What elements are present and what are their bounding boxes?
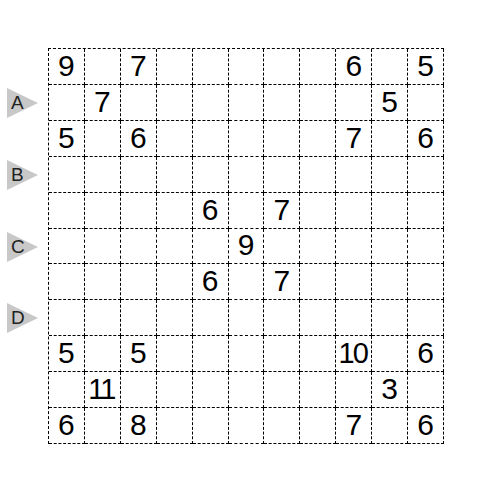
clue-number: 6 <box>345 51 362 82</box>
clue-number: 7 <box>274 266 291 297</box>
cell-r5c9[interactable] <box>336 193 372 229</box>
cell-r6c9[interactable] <box>336 229 372 265</box>
cell-r3c1[interactable]: 5 <box>49 121 85 157</box>
cell-r3c7[interactable] <box>264 121 300 157</box>
answer-row-arrow-D: D <box>7 303 38 333</box>
cell-r9c10[interactable] <box>372 336 408 372</box>
clue-number: 5 <box>58 338 75 369</box>
cell-r11c8[interactable] <box>300 408 336 444</box>
cell-r1c5[interactable] <box>193 49 229 85</box>
clue-number: 9 <box>58 51 75 82</box>
cell-r7c8[interactable] <box>300 264 336 300</box>
cell-r8c9[interactable] <box>336 300 372 336</box>
cell-r6c7[interactable] <box>264 229 300 265</box>
cell-r1c1[interactable]: 9 <box>49 49 85 85</box>
cell-r7c10[interactable] <box>372 264 408 300</box>
clue-number: 9 <box>238 230 255 261</box>
cell-r11c11[interactable]: 6 <box>408 408 444 444</box>
clue-number: 5 <box>381 87 398 118</box>
cell-r9c11[interactable]: 6 <box>408 336 444 372</box>
cell-r2c6[interactable] <box>229 85 265 121</box>
cell-r8c11[interactable] <box>408 300 444 336</box>
clue-number: 7 <box>94 87 111 118</box>
cell-r1c10[interactable] <box>372 49 408 85</box>
cell-r5c5[interactable]: 6 <box>193 193 229 229</box>
cell-r3c2[interactable] <box>85 121 121 157</box>
cell-r11c10[interactable] <box>372 408 408 444</box>
cell-r2c3[interactable] <box>121 85 157 121</box>
cell-r4c6[interactable] <box>229 157 265 193</box>
cell-r2c8[interactable] <box>300 85 336 121</box>
cell-r10c6[interactable] <box>229 372 265 408</box>
clue-number: 10 <box>339 339 367 369</box>
cell-r9c5[interactable] <box>193 336 229 372</box>
cell-r10c5[interactable] <box>193 372 229 408</box>
cell-r1c8[interactable] <box>300 49 336 85</box>
cell-r7c1[interactable] <box>49 264 85 300</box>
cell-r10c9[interactable] <box>336 372 372 408</box>
cell-r11c9[interactable]: 7 <box>336 408 372 444</box>
clue-number: 7 <box>274 195 291 226</box>
cell-r11c2[interactable] <box>85 408 121 444</box>
cell-r11c5[interactable] <box>193 408 229 444</box>
clue-number: 7 <box>345 410 362 441</box>
cell-r1c6[interactable] <box>229 49 265 85</box>
cell-r7c9[interactable] <box>336 264 372 300</box>
arrow-label: A <box>11 93 24 112</box>
clue-number: 7 <box>130 51 147 82</box>
cell-r9c9[interactable]: 10 <box>336 336 372 372</box>
cell-r11c3[interactable]: 8 <box>121 408 157 444</box>
cell-r11c6[interactable] <box>229 408 265 444</box>
cell-r8c3[interactable] <box>121 300 157 336</box>
clue-number: 5 <box>417 51 434 82</box>
clue-number: 5 <box>130 338 147 369</box>
cell-r3c8[interactable] <box>300 121 336 157</box>
clue-number: 5 <box>58 123 75 154</box>
cell-r10c1[interactable] <box>49 372 85 408</box>
cell-r3c6[interactable] <box>229 121 265 157</box>
cell-r9c3[interactable]: 5 <box>121 336 157 372</box>
cell-r4c4[interactable] <box>157 157 193 193</box>
cell-r5c7[interactable]: 7 <box>264 193 300 229</box>
answer-row-arrow-C: C <box>7 232 38 262</box>
cell-r4c8[interactable] <box>300 157 336 193</box>
cell-r8c6[interactable] <box>229 300 265 336</box>
arrow-label: B <box>11 165 24 184</box>
cell-r5c4[interactable] <box>157 193 193 229</box>
cell-r9c1[interactable]: 5 <box>49 336 85 372</box>
cell-r3c5[interactable] <box>193 121 229 157</box>
answer-row-arrow-B: B <box>7 160 38 190</box>
cell-r8c1[interactable] <box>49 300 85 336</box>
cell-r6c5[interactable] <box>193 229 229 265</box>
cell-r11c4[interactable] <box>157 408 193 444</box>
cell-r2c7[interactable] <box>264 85 300 121</box>
cell-r6c8[interactable] <box>300 229 336 265</box>
clue-number: 6 <box>58 410 75 441</box>
cell-r8c10[interactable] <box>372 300 408 336</box>
cell-r10c4[interactable] <box>157 372 193 408</box>
cell-r1c11[interactable]: 5 <box>408 49 444 85</box>
puzzle-grid: 976575567667967551061136876 <box>48 48 444 444</box>
cell-r1c9[interactable]: 6 <box>336 49 372 85</box>
cell-r8c5[interactable] <box>193 300 229 336</box>
cell-r10c10[interactable]: 3 <box>372 372 408 408</box>
cell-r9c2[interactable] <box>85 336 121 372</box>
cell-r10c2[interactable]: 11 <box>85 372 121 408</box>
cell-r2c10[interactable]: 5 <box>372 85 408 121</box>
clue-number: 6 <box>202 195 219 226</box>
cell-r6c10[interactable] <box>372 229 408 265</box>
cell-r9c7[interactable] <box>264 336 300 372</box>
cell-r7c3[interactable] <box>121 264 157 300</box>
cell-r3c3[interactable]: 6 <box>121 121 157 157</box>
arrow-label: D <box>11 308 25 327</box>
clue-number: 11 <box>88 375 114 405</box>
cell-r4c2[interactable] <box>85 157 121 193</box>
cell-r2c4[interactable] <box>157 85 193 121</box>
cell-r4c10[interactable] <box>372 157 408 193</box>
cell-r4c11[interactable] <box>408 157 444 193</box>
cell-r7c4[interactable] <box>157 264 193 300</box>
cell-r1c3[interactable]: 7 <box>121 49 157 85</box>
cell-r4c1[interactable] <box>49 157 85 193</box>
cell-r8c2[interactable] <box>85 300 121 336</box>
cell-r5c11[interactable] <box>408 193 444 229</box>
cell-r5c8[interactable] <box>300 193 336 229</box>
cell-r3c10[interactable] <box>372 121 408 157</box>
clue-number: 7 <box>345 123 362 154</box>
cell-r7c7[interactable]: 7 <box>264 264 300 300</box>
cell-r3c4[interactable] <box>157 121 193 157</box>
clue-number: 6 <box>417 410 434 441</box>
cell-r1c2[interactable] <box>85 49 121 85</box>
puzzle-page: 976575567667967551061136876 ABCD <box>0 0 494 491</box>
cell-r6c1[interactable] <box>49 229 85 265</box>
cell-r9c6[interactable] <box>229 336 265 372</box>
cell-r1c7[interactable] <box>264 49 300 85</box>
cell-r4c5[interactable] <box>193 157 229 193</box>
cell-r5c2[interactable] <box>85 193 121 229</box>
cell-r7c2[interactable] <box>85 264 121 300</box>
cell-r8c8[interactable] <box>300 300 336 336</box>
cell-r10c3[interactable] <box>121 372 157 408</box>
cell-r11c7[interactable] <box>264 408 300 444</box>
cell-r10c8[interactable] <box>300 372 336 408</box>
cell-r5c1[interactable] <box>49 193 85 229</box>
cell-r10c7[interactable] <box>264 372 300 408</box>
cell-r8c7[interactable] <box>264 300 300 336</box>
answer-row-arrow-A: A <box>7 88 38 118</box>
clue-number: 8 <box>130 410 147 441</box>
cell-r4c9[interactable] <box>336 157 372 193</box>
cell-r5c10[interactable] <box>372 193 408 229</box>
cell-r2c2[interactable]: 7 <box>85 85 121 121</box>
cell-r11c1[interactable]: 6 <box>49 408 85 444</box>
cell-r4c7[interactable] <box>264 157 300 193</box>
cell-r2c5[interactable] <box>193 85 229 121</box>
cell-r6c11[interactable] <box>408 229 444 265</box>
cell-r4c3[interactable] <box>121 157 157 193</box>
cell-r9c4[interactable] <box>157 336 193 372</box>
cell-r3c11[interactable]: 6 <box>408 121 444 157</box>
cell-r3c9[interactable]: 7 <box>336 121 372 157</box>
cell-r10c11[interactable] <box>408 372 444 408</box>
cell-r2c9[interactable] <box>336 85 372 121</box>
cell-r8c4[interactable] <box>157 300 193 336</box>
clue-number: 6 <box>417 338 434 369</box>
clue-number: 6 <box>130 123 147 154</box>
cell-r2c11[interactable] <box>408 85 444 121</box>
cell-r7c11[interactable] <box>408 264 444 300</box>
cell-r7c5[interactable]: 6 <box>193 264 229 300</box>
cell-r7c6[interactable] <box>229 264 265 300</box>
cell-r6c4[interactable] <box>157 229 193 265</box>
cell-r6c3[interactable] <box>121 229 157 265</box>
arrow-label: C <box>11 237 25 256</box>
clue-number: 6 <box>202 266 219 297</box>
clue-number: 3 <box>381 374 398 405</box>
cell-r5c6[interactable] <box>229 193 265 229</box>
cell-r5c3[interactable] <box>121 193 157 229</box>
cell-r2c1[interactable] <box>49 85 85 121</box>
cell-r1c4[interactable] <box>157 49 193 85</box>
clue-number: 6 <box>417 123 434 154</box>
cell-r9c8[interactable] <box>300 336 336 372</box>
cell-r6c2[interactable] <box>85 229 121 265</box>
cell-r6c6[interactable]: 9 <box>229 229 265 265</box>
